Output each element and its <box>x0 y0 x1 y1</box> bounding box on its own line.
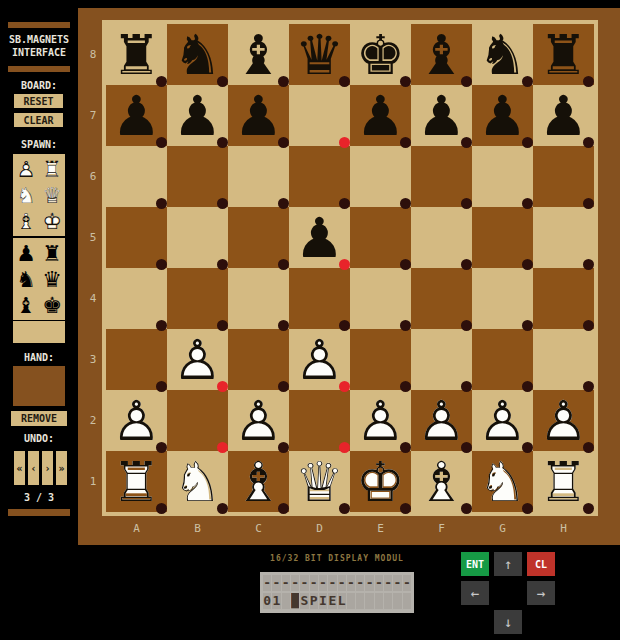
lcd-cell <box>403 593 411 609</box>
clear-button[interactable]: CLEAR <box>14 113 63 127</box>
magnet-dot <box>522 381 533 392</box>
lcd-cell: - <box>347 575 355 591</box>
square-g5[interactable] <box>472 207 533 268</box>
lcd-cell: - <box>393 575 401 591</box>
magnet-dot <box>278 503 289 514</box>
undo-buttons: «‹›» <box>14 451 67 485</box>
square-h4[interactable] <box>533 268 594 329</box>
lcd-cell <box>282 593 290 609</box>
piece-black-king[interactable]: ♚ <box>39 292 65 318</box>
board-section-label: BOARD: <box>0 80 78 91</box>
square-b5[interactable] <box>167 207 228 268</box>
square-a6[interactable] <box>106 146 167 207</box>
magnet-dot <box>339 320 350 331</box>
undo-section-label: UNDO: <box>0 433 78 444</box>
lcd-cell: S <box>300 593 308 609</box>
square-b2[interactable] <box>167 390 228 451</box>
magnet-dot <box>583 137 594 148</box>
lcd-cell: - <box>319 575 327 591</box>
square-f6[interactable] <box>411 146 472 207</box>
magnet-dot <box>156 442 167 453</box>
square-b4[interactable] <box>167 268 228 329</box>
magnet-dot <box>400 198 411 209</box>
magnet-dot <box>522 198 533 209</box>
lcd-cell <box>375 593 383 609</box>
magnet-dot <box>400 259 411 270</box>
magnet-dot <box>400 503 411 514</box>
spawn-cell[interactable]: ♞♘ <box>13 182 39 208</box>
clear-key-button[interactable]: CL <box>527 552 555 576</box>
magnet-dot <box>583 320 594 331</box>
magnet-dot <box>278 442 289 453</box>
spawn-cell[interactable]: ♛ <box>39 266 65 292</box>
lcd-cell: - <box>272 575 280 591</box>
spawn-cell[interactable]: ♜ <box>39 240 65 266</box>
magnet-dot <box>400 137 411 148</box>
magnet-dot <box>339 198 350 209</box>
spawn-cell[interactable]: ♝♗ <box>13 208 39 234</box>
magnet-dot <box>583 76 594 87</box>
square-c6[interactable] <box>228 146 289 207</box>
divider-bar <box>8 66 70 72</box>
magnet-dot <box>583 198 594 209</box>
magnet-dot <box>339 76 350 87</box>
lcd-cell: - <box>310 575 318 591</box>
spawn-cell[interactable]: ♝ <box>13 292 39 318</box>
square-f3[interactable] <box>411 329 472 390</box>
square-g2[interactable]: ♟♙ <box>472 390 533 451</box>
piece-black-pawn[interactable]: ♟ <box>13 240 39 266</box>
piece-black-queen[interactable]: ♛ <box>39 266 65 292</box>
keypad-spacer <box>527 610 555 634</box>
square-c7[interactable]: ♟ <box>228 85 289 146</box>
lcd-cell: - <box>384 575 392 591</box>
lcd-cell: 1 <box>272 593 280 609</box>
spawn-selection-panel <box>13 321 65 343</box>
keypad: ENT ↑ CL ← → ↓ <box>461 552 555 634</box>
lcd-cell: 0 <box>263 593 271 609</box>
square-b3[interactable]: ♟♙ <box>167 329 228 390</box>
keypad-spacer <box>494 581 522 605</box>
square-a5[interactable] <box>106 207 167 268</box>
square-d1[interactable]: ♛♕ <box>289 451 350 512</box>
square-h6[interactable] <box>533 146 594 207</box>
square-d6[interactable] <box>289 146 350 207</box>
magnet-dot <box>583 503 594 514</box>
lcd-cell: - <box>375 575 383 591</box>
magnet-dot <box>278 198 289 209</box>
piece-white-pawn[interactable]: ♟♙ <box>13 156 39 182</box>
square-e5[interactable] <box>350 207 411 268</box>
square-d8[interactable]: ♛ <box>289 24 350 85</box>
reset-button[interactable]: RESET <box>14 94 63 108</box>
square-b8[interactable]: ♞ <box>167 24 228 85</box>
spawn-cell[interactable]: ♚♔ <box>39 208 65 234</box>
magnet-dot <box>217 503 228 514</box>
square-d3[interactable]: ♟♙ <box>289 329 350 390</box>
divider-bar <box>8 22 70 28</box>
magnet-dot-red <box>217 381 228 392</box>
magnet-dot <box>339 503 350 514</box>
magnet-dot <box>217 198 228 209</box>
piece-black-knight[interactable]: ♞ <box>13 266 39 292</box>
magnet-dot <box>400 320 411 331</box>
square-e8[interactable]: ♚ <box>350 24 411 85</box>
magnet-dot <box>461 259 472 270</box>
magnet-dot <box>522 503 533 514</box>
square-h5[interactable] <box>533 207 594 268</box>
magnet-dot <box>278 76 289 87</box>
lcd-cell: - <box>300 575 308 591</box>
file-label-a: A <box>106 522 167 538</box>
lcd-cell: I <box>319 593 327 609</box>
rank-label-7: 7 <box>84 85 102 146</box>
square-f7[interactable]: ♟ <box>411 85 472 146</box>
square-c8[interactable]: ♝ <box>228 24 289 85</box>
square-d5[interactable]: ♟ <box>289 207 350 268</box>
hand-panel <box>13 366 65 406</box>
square-g7[interactable]: ♟ <box>472 85 533 146</box>
interface-title-line2: INTERFACE <box>0 47 78 58</box>
square-b1[interactable]: ♞♘ <box>167 451 228 512</box>
chessboard-frame: 87654321 ♜♞♝♛♚♝♞♜♟♟♟♟♟♟♟♟♟♙♟♙♟♙♟♙♟♙♟♙♟♙♟… <box>78 8 620 545</box>
lcd-cell <box>347 593 355 609</box>
magnet-dot-red <box>339 381 350 392</box>
undo-counter: 3 / 3 <box>0 492 78 503</box>
lcd-cell: L <box>338 593 346 609</box>
spawn-section-label: SPAWN: <box>0 139 78 150</box>
square-e6[interactable] <box>350 146 411 207</box>
square-e1[interactable]: ♚♔ <box>350 451 411 512</box>
spawn-white-panel: ♟♙♜♖♞♘♛♕♝♗♚♔ <box>13 154 65 236</box>
spawn-cell[interactable]: ♛♕ <box>39 182 65 208</box>
arrow-down-button[interactable]: ↓ <box>494 610 522 634</box>
magnet-dot-red <box>339 442 350 453</box>
lcd-cell: - <box>291 575 299 591</box>
square-f8[interactable]: ♝ <box>411 24 472 85</box>
square-g6[interactable] <box>472 146 533 207</box>
magnet-dot <box>217 76 228 87</box>
rank-label-6: 6 <box>84 146 102 207</box>
lcd-cell <box>393 593 401 609</box>
lcd-row-2: 01 █SPIEL <box>263 593 411 609</box>
keypad-spacer <box>461 610 489 634</box>
magnet-dot <box>156 259 167 270</box>
square-c4[interactable] <box>228 268 289 329</box>
square-c2[interactable]: ♟♙ <box>228 390 289 451</box>
magnet-dot <box>522 320 533 331</box>
magnet-dot <box>583 381 594 392</box>
square-c3[interactable] <box>228 329 289 390</box>
square-c5[interactable] <box>228 207 289 268</box>
magnet-dot <box>156 320 167 331</box>
piece-black-rook[interactable]: ♜ <box>39 240 65 266</box>
magnet-dot <box>522 259 533 270</box>
magnet-dot <box>522 442 533 453</box>
square-a1[interactable]: ♜♖ <box>106 451 167 512</box>
piece-white-queen[interactable]: ♛♕ <box>39 182 65 208</box>
redo-button[interactable]: › <box>42 451 53 485</box>
magnet-dot <box>522 137 533 148</box>
square-e7[interactable]: ♟ <box>350 85 411 146</box>
square-e4[interactable] <box>350 268 411 329</box>
lcd-cell: - <box>282 575 290 591</box>
file-label-e: E <box>350 522 411 538</box>
magnet-dot-red <box>339 137 350 148</box>
hand-section-label: HAND: <box>0 352 78 363</box>
square-a2[interactable]: ♟♙ <box>106 390 167 451</box>
lcd-cell <box>365 593 373 609</box>
magnet-dot <box>400 76 411 87</box>
interface-title-line1: SB.MAGNETS <box>0 34 78 45</box>
lcd-cell: E <box>328 593 336 609</box>
rank-label-5: 5 <box>84 207 102 268</box>
file-label-c: C <box>228 522 289 538</box>
square-a8[interactable]: ♜ <box>106 24 167 85</box>
square-b7[interactable]: ♟ <box>167 85 228 146</box>
magnet-dot <box>217 137 228 148</box>
lcd-row-1: ---------------- <box>263 575 411 591</box>
display-module-label: 16/32 BIT DISPLAY MODUL <box>237 554 437 563</box>
rank-label-2: 2 <box>84 390 102 451</box>
lcd-cell: - <box>338 575 346 591</box>
square-h2[interactable]: ♟♙ <box>533 390 594 451</box>
square-b6[interactable] <box>167 146 228 207</box>
square-g4[interactable] <box>472 268 533 329</box>
board-squares: ♜♞♝♛♚♝♞♜♟♟♟♟♟♟♟♟♟♙♟♙♟♙♟♙♟♙♟♙♟♙♟♙♜♖♞♘♝♗♛♕… <box>106 24 594 512</box>
rank-label-1: 1 <box>84 451 102 512</box>
square-d2[interactable] <box>289 390 350 451</box>
rank-label-8: 8 <box>84 24 102 85</box>
magnet-dot-red <box>217 442 228 453</box>
square-c1[interactable]: ♝♗ <box>228 451 289 512</box>
magnet-dot <box>461 137 472 148</box>
square-a4[interactable] <box>106 268 167 329</box>
piece-white-bishop[interactable]: ♝♗ <box>13 208 39 234</box>
magnet-dot <box>156 198 167 209</box>
magnet-dot <box>461 198 472 209</box>
magnet-dot <box>461 76 472 87</box>
square-e2[interactable]: ♟♙ <box>350 390 411 451</box>
magnet-dot <box>461 381 472 392</box>
spawn-cell[interactable]: ♞ <box>13 266 39 292</box>
magnet-dot <box>400 442 411 453</box>
magnet-dot <box>278 259 289 270</box>
square-h7[interactable]: ♟ <box>533 85 594 146</box>
magnet-dot <box>461 503 472 514</box>
magnet-dot <box>156 76 167 87</box>
square-d4[interactable] <box>289 268 350 329</box>
arrow-up-button[interactable]: ↑ <box>494 552 522 576</box>
square-f4[interactable] <box>411 268 472 329</box>
square-e3[interactable] <box>350 329 411 390</box>
magnet-dot-red <box>339 259 350 270</box>
file-label-b: B <box>167 522 228 538</box>
magnet-dot <box>156 381 167 392</box>
square-g8[interactable]: ♞ <box>472 24 533 85</box>
square-g1[interactable]: ♞♘ <box>472 451 533 512</box>
lcd-cell <box>384 593 392 609</box>
enter-button[interactable]: ENT <box>461 552 489 576</box>
spawn-cell[interactable]: ♟♙ <box>13 156 39 182</box>
square-f5[interactable] <box>411 207 472 268</box>
remove-button[interactable]: REMOVE <box>11 411 67 426</box>
magnet-dot <box>278 381 289 392</box>
square-h1[interactable]: ♜♖ <box>533 451 594 512</box>
lcd-cell <box>356 593 364 609</box>
lcd-cursor-cell: █ <box>291 593 299 609</box>
redo-all-button[interactable]: » <box>56 451 67 485</box>
magnet-dot <box>583 442 594 453</box>
square-a7[interactable]: ♟ <box>106 85 167 146</box>
lcd-cell: P <box>310 593 318 609</box>
spawn-cell[interactable]: ♜♖ <box>39 156 65 182</box>
piece-white-rook[interactable]: ♜♖ <box>39 156 65 182</box>
file-label-g: G <box>472 522 533 538</box>
magnet-dot <box>156 503 167 514</box>
arrow-left-button[interactable]: ← <box>461 581 489 605</box>
magnet-dot <box>156 137 167 148</box>
lcd-cell: - <box>356 575 364 591</box>
rank-label-4: 4 <box>84 268 102 329</box>
magnet-dot <box>217 320 228 331</box>
divider-bar <box>8 509 70 516</box>
magnet-dot <box>583 259 594 270</box>
magnet-dot <box>278 137 289 148</box>
file-labels: ABCDEFGH <box>106 522 594 538</box>
magnet-dot <box>461 320 472 331</box>
square-a3[interactable] <box>106 329 167 390</box>
square-h8[interactable]: ♜ <box>533 24 594 85</box>
square-h3[interactable] <box>533 329 594 390</box>
arrow-right-button[interactable]: → <box>527 581 555 605</box>
lcd-cell: - <box>365 575 373 591</box>
file-label-f: F <box>411 522 472 538</box>
square-f1[interactable]: ♝♗ <box>411 451 472 512</box>
spawn-cell[interactable]: ♟ <box>13 240 39 266</box>
square-f2[interactable]: ♟♙ <box>411 390 472 451</box>
control-sidebar: SB.MAGNETS INTERFACE BOARD: RESET CLEAR … <box>0 0 78 545</box>
magnet-dot <box>400 381 411 392</box>
magnet-dot <box>522 76 533 87</box>
piece-white-knight[interactable]: ♞♘ <box>13 182 39 208</box>
file-label-h: H <box>533 522 594 538</box>
spawn-cell[interactable]: ♚ <box>39 292 65 318</box>
lcd-cell: - <box>263 575 271 591</box>
board-bevel: ♜♞♝♛♚♝♞♜♟♟♟♟♟♟♟♟♟♙♟♙♟♙♟♙♟♙♟♙♟♙♟♙♜♖♞♘♝♗♛♕… <box>102 20 598 516</box>
file-label-d: D <box>289 522 350 538</box>
spawn-black-panel: ♟♜♞♛♝♚ <box>13 238 65 320</box>
lcd-cell: - <box>328 575 336 591</box>
magnet-dot <box>461 442 472 453</box>
undo-all-button[interactable]: « <box>14 451 25 485</box>
lcd-cell: - <box>403 575 411 591</box>
undo-button[interactable]: ‹ <box>28 451 39 485</box>
lcd-display: ---------------- 01 █SPIEL <box>260 572 414 613</box>
piece-white-king[interactable]: ♚♔ <box>39 208 65 234</box>
magnet-dot <box>217 259 228 270</box>
piece-black-bishop[interactable]: ♝ <box>13 292 39 318</box>
rank-labels: 87654321 <box>84 24 102 512</box>
rank-label-3: 3 <box>84 329 102 390</box>
square-g3[interactable] <box>472 329 533 390</box>
square-d7[interactable] <box>289 85 350 146</box>
magnet-dot <box>278 320 289 331</box>
